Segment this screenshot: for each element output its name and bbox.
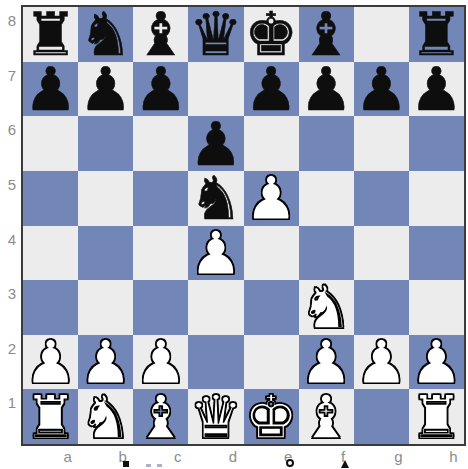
square-c2[interactable]: ♟: [133, 335, 188, 390]
clipped-glyph-fragment: [157, 464, 162, 467]
square-a7[interactable]: ♟: [23, 62, 78, 117]
file-label: d: [205, 448, 260, 466]
white-pawn[interactable]: ♟: [79, 335, 133, 389]
black-knight[interactable]: ♞: [189, 171, 243, 225]
black-queen[interactable]: ♛: [189, 7, 243, 61]
square-f8[interactable]: ♝: [299, 7, 354, 62]
black-pawn[interactable]: ♟: [134, 62, 188, 116]
white-bishop[interactable]: ♝: [299, 390, 353, 444]
square-g5[interactable]: [354, 171, 409, 226]
rank-label: 3: [0, 280, 19, 335]
square-e8[interactable]: ♚: [244, 7, 299, 62]
square-f1[interactable]: ♝: [299, 389, 354, 444]
square-e5[interactable]: ♟: [244, 171, 299, 226]
square-g4[interactable]: [354, 226, 409, 281]
black-pawn[interactable]: ♟: [24, 62, 78, 116]
square-d4[interactable]: ♟: [188, 226, 243, 281]
square-a6[interactable]: [23, 116, 78, 171]
black-rook[interactable]: ♜: [410, 7, 464, 61]
square-g2[interactable]: ♟: [354, 335, 409, 390]
square-f4[interactable]: [299, 226, 354, 281]
black-pawn[interactable]: ♟: [189, 117, 243, 171]
square-h8[interactable]: ♜: [409, 7, 464, 62]
square-h7[interactable]: ♟: [409, 62, 464, 117]
rank-label: 1: [0, 389, 19, 444]
square-c4[interactable]: [133, 226, 188, 281]
square-f5[interactable]: [299, 171, 354, 226]
black-rook[interactable]: ♜: [24, 7, 78, 61]
square-c3[interactable]: [133, 280, 188, 335]
square-d2[interactable]: [188, 335, 243, 390]
square-a5[interactable]: [23, 171, 78, 226]
black-pawn[interactable]: ♟: [410, 62, 464, 116]
square-g8[interactable]: [354, 7, 409, 62]
square-d6[interactable]: ♟: [188, 116, 243, 171]
white-pawn[interactable]: ♟: [299, 335, 353, 389]
rank-label: 8: [0, 7, 19, 62]
file-coordinates: abcdefgh: [40, 448, 468, 466]
square-g3[interactable]: [354, 280, 409, 335]
square-f3[interactable]: ♞: [299, 280, 354, 335]
square-b3[interactable]: [78, 280, 133, 335]
square-a4[interactable]: [23, 226, 78, 281]
chess-board: ♜♞♝♛♚♝♜♟♟♟♟♟♟♟♟♞♟♟♞♟♟♟♟♟♟♜♞♝♛♚♝♜: [21, 5, 466, 446]
square-d1[interactable]: ♛: [188, 389, 243, 444]
square-e7[interactable]: ♟: [244, 62, 299, 117]
square-b7[interactable]: ♟: [78, 62, 133, 117]
rank-coordinates: 87654321: [0, 7, 19, 444]
square-f7[interactable]: ♟: [299, 62, 354, 117]
square-b5[interactable]: [78, 171, 133, 226]
chess-app: 87654321 ♜♞♝♛♚♝♜♟♟♟♟♟♟♟♟♞♟♟♞♟♟♟♟♟♟♜♞♝♛♚♝…: [0, 0, 468, 469]
white-pawn[interactable]: ♟: [134, 335, 188, 389]
square-e3[interactable]: [244, 280, 299, 335]
black-pawn[interactable]: ♟: [79, 62, 133, 116]
square-b6[interactable]: [78, 116, 133, 171]
square-h5[interactable]: [409, 171, 464, 226]
square-g1[interactable]: [354, 389, 409, 444]
square-d3[interactable]: [188, 280, 243, 335]
square-c7[interactable]: ♟: [133, 62, 188, 117]
white-pawn[interactable]: ♟: [189, 226, 243, 280]
square-c1[interactable]: ♝: [133, 389, 188, 444]
square-h2[interactable]: ♟: [409, 335, 464, 390]
square-d8[interactable]: ♛: [188, 7, 243, 62]
square-g7[interactable]: ♟: [354, 62, 409, 117]
white-pawn[interactable]: ♟: [410, 335, 464, 389]
square-b1[interactable]: ♞: [78, 389, 133, 444]
square-d7[interactable]: [188, 62, 243, 117]
white-queen[interactable]: ♛: [189, 390, 243, 444]
square-c6[interactable]: [133, 116, 188, 171]
square-f2[interactable]: ♟: [299, 335, 354, 390]
white-pawn[interactable]: ♟: [244, 171, 298, 225]
square-a3[interactable]: [23, 280, 78, 335]
square-b4[interactable]: [78, 226, 133, 281]
black-pawn[interactable]: ♟: [354, 62, 408, 116]
square-g6[interactable]: [354, 116, 409, 171]
square-e1[interactable]: ♚: [244, 389, 299, 444]
square-e4[interactable]: [244, 226, 299, 281]
rank-label: 2: [0, 335, 19, 390]
file-label: a: [40, 448, 95, 466]
clipped-glyph-fragment: [123, 461, 129, 467]
black-pawn[interactable]: ♟: [244, 62, 298, 116]
white-rook[interactable]: ♜: [410, 390, 464, 444]
square-h4[interactable]: [409, 226, 464, 281]
square-c5[interactable]: [133, 171, 188, 226]
white-knight[interactable]: ♞: [79, 390, 133, 444]
file-label: h: [426, 448, 468, 466]
white-king[interactable]: ♚: [244, 390, 298, 444]
square-f6[interactable]: [299, 116, 354, 171]
black-pawn[interactable]: ♟: [299, 62, 353, 116]
white-knight[interactable]: ♞: [299, 280, 353, 334]
square-h6[interactable]: [409, 116, 464, 171]
square-d5[interactable]: ♞: [188, 171, 243, 226]
square-a2[interactable]: ♟: [23, 335, 78, 390]
rank-label: 7: [0, 62, 19, 117]
square-h3[interactable]: [409, 280, 464, 335]
clipped-glyph-fragment: [341, 460, 349, 468]
black-bishop[interactable]: ♝: [134, 7, 188, 61]
rank-label: 4: [0, 226, 19, 281]
white-rook[interactable]: ♜: [24, 390, 78, 444]
white-pawn[interactable]: ♟: [354, 335, 408, 389]
clipped-glyph-fragment: [286, 459, 294, 467]
rank-label: 6: [0, 116, 19, 171]
black-bishop[interactable]: ♝: [299, 7, 353, 61]
black-king[interactable]: ♚: [244, 7, 298, 61]
clipped-glyph-fragment: [146, 464, 151, 467]
square-e6[interactable]: [244, 116, 299, 171]
square-b2[interactable]: ♟: [78, 335, 133, 390]
square-e2[interactable]: [244, 335, 299, 390]
white-pawn[interactable]: ♟: [24, 335, 78, 389]
board-grid: ♜♞♝♛♚♝♜♟♟♟♟♟♟♟♟♞♟♟♞♟♟♟♟♟♟♜♞♝♛♚♝♜: [23, 7, 464, 444]
square-a1[interactable]: ♜: [23, 389, 78, 444]
black-knight[interactable]: ♞: [79, 7, 133, 61]
square-h1[interactable]: ♜: [409, 389, 464, 444]
rank-label: 5: [0, 171, 19, 226]
square-a8[interactable]: ♜: [23, 7, 78, 62]
square-b8[interactable]: ♞: [78, 7, 133, 62]
file-label: g: [371, 448, 426, 466]
white-bishop[interactable]: ♝: [134, 390, 188, 444]
square-c8[interactable]: ♝: [133, 7, 188, 62]
